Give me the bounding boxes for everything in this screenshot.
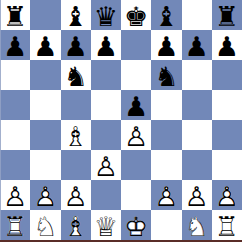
square-h1[interactable]: ♜♖ — [212, 210, 242, 240]
board-left-edge — [0, 0, 1, 240]
square-d2[interactable] — [91, 180, 121, 210]
square-d1[interactable]: ♛♕ — [91, 210, 121, 240]
white-rook-icon: ♜♖ — [215, 212, 239, 239]
white-pawn-icon: ♟♙ — [3, 182, 27, 209]
square-c6[interactable]: ♞ — [61, 60, 91, 90]
square-a2[interactable]: ♟♙ — [0, 180, 30, 210]
square-e4[interactable]: ♟♙ — [121, 120, 151, 150]
black-pawn-icon: ♟ — [33, 32, 57, 59]
square-h2[interactable]: ♟♙ — [212, 180, 242, 210]
chess-board: ♜♝♛♚♝♜♟♟♟♟♟♟♟♞♞♟♝♗♟♙♟♙♟♙♟♙♟♙♟♙♟♙♟♙♜♖♞♘♝♗… — [0, 0, 242, 240]
square-h6[interactable] — [212, 60, 242, 90]
square-h5[interactable] — [212, 90, 242, 120]
black-pawn-icon: ♟ — [215, 32, 239, 59]
square-f3[interactable] — [151, 150, 181, 180]
square-g4[interactable] — [182, 120, 212, 150]
square-c3[interactable] — [61, 150, 91, 180]
square-e1[interactable]: ♚♔ — [121, 210, 151, 240]
white-pawn-icon: ♟♙ — [64, 182, 88, 209]
square-b6[interactable] — [30, 60, 60, 90]
square-e5[interactable]: ♟ — [121, 90, 151, 120]
square-g3[interactable] — [182, 150, 212, 180]
square-g6[interactable] — [182, 60, 212, 90]
square-e8[interactable]: ♚ — [121, 0, 151, 30]
white-bishop-icon: ♝♗ — [64, 122, 88, 149]
white-pawn-icon: ♟♙ — [185, 182, 209, 209]
black-pawn-icon: ♟ — [3, 32, 27, 59]
square-c2[interactable]: ♟♙ — [61, 180, 91, 210]
white-pawn-icon: ♟♙ — [94, 152, 118, 179]
square-f8[interactable]: ♝ — [151, 0, 181, 30]
black-knight-icon: ♞ — [64, 62, 88, 89]
square-a5[interactable] — [0, 90, 30, 120]
square-h3[interactable] — [212, 150, 242, 180]
square-f4[interactable] — [151, 120, 181, 150]
black-knight-icon: ♞ — [154, 62, 178, 89]
square-a4[interactable] — [0, 120, 30, 150]
square-g5[interactable] — [182, 90, 212, 120]
square-g2[interactable]: ♟♙ — [182, 180, 212, 210]
white-pawn-icon: ♟♙ — [33, 182, 57, 209]
black-pawn-icon: ♟ — [124, 92, 148, 119]
black-pawn-icon: ♟ — [94, 32, 118, 59]
square-a3[interactable] — [0, 150, 30, 180]
white-rook-icon: ♜♖ — [3, 212, 27, 239]
square-g8[interactable] — [182, 0, 212, 30]
white-king-icon: ♚♔ — [124, 212, 148, 239]
square-e7[interactable] — [121, 30, 151, 60]
square-b7[interactable]: ♟ — [30, 30, 60, 60]
square-b1[interactable]: ♞♘ — [30, 210, 60, 240]
square-a1[interactable]: ♜♖ — [0, 210, 30, 240]
white-pawn-icon: ♟♙ — [215, 182, 239, 209]
square-h7[interactable]: ♟ — [212, 30, 242, 60]
black-pawn-icon: ♟ — [185, 32, 209, 59]
white-bishop-icon: ♝♗ — [64, 212, 88, 239]
square-d4[interactable] — [91, 120, 121, 150]
black-pawn-icon: ♟ — [154, 32, 178, 59]
square-f7[interactable]: ♟ — [151, 30, 181, 60]
white-pawn-icon: ♟♙ — [154, 182, 178, 209]
black-queen-icon: ♛ — [94, 2, 118, 29]
white-queen-icon: ♛♕ — [94, 212, 118, 239]
square-e2[interactable] — [121, 180, 151, 210]
square-c5[interactable] — [61, 90, 91, 120]
square-h4[interactable] — [212, 120, 242, 150]
square-d6[interactable] — [91, 60, 121, 90]
square-c1[interactable]: ♝♗ — [61, 210, 91, 240]
square-b4[interactable] — [30, 120, 60, 150]
black-rook-icon: ♜ — [3, 2, 27, 29]
white-knight-icon: ♞♘ — [185, 212, 209, 239]
square-d8[interactable]: ♛ — [91, 0, 121, 30]
square-a7[interactable]: ♟ — [0, 30, 30, 60]
square-a8[interactable]: ♜ — [0, 0, 30, 30]
black-bishop-icon: ♝ — [154, 2, 178, 29]
square-c8[interactable]: ♝ — [61, 0, 91, 30]
square-b3[interactable] — [30, 150, 60, 180]
square-d5[interactable] — [91, 90, 121, 120]
square-e3[interactable] — [121, 150, 151, 180]
square-g7[interactable]: ♟ — [182, 30, 212, 60]
chess-board-widget: ♜♝♛♚♝♜♟♟♟♟♟♟♟♞♞♟♝♗♟♙♟♙♟♙♟♙♟♙♟♙♟♙♟♙♜♖♞♘♝♗… — [0, 0, 242, 242]
square-f6[interactable]: ♞ — [151, 60, 181, 90]
square-h8[interactable]: ♜ — [212, 0, 242, 30]
white-pawn-icon: ♟♙ — [124, 122, 148, 149]
square-d3[interactable]: ♟♙ — [91, 150, 121, 180]
black-bishop-icon: ♝ — [64, 2, 88, 29]
square-b5[interactable] — [30, 90, 60, 120]
square-e6[interactable] — [121, 60, 151, 90]
black-pawn-icon: ♟ — [64, 32, 88, 59]
white-knight-icon: ♞♘ — [33, 212, 57, 239]
square-a6[interactable] — [0, 60, 30, 90]
square-f1[interactable] — [151, 210, 181, 240]
square-c4[interactable]: ♝♗ — [61, 120, 91, 150]
square-g1[interactable]: ♞♘ — [182, 210, 212, 240]
square-b8[interactable] — [30, 0, 60, 30]
square-b2[interactable]: ♟♙ — [30, 180, 60, 210]
square-f2[interactable]: ♟♙ — [151, 180, 181, 210]
square-c7[interactable]: ♟ — [61, 30, 91, 60]
black-king-icon: ♚ — [124, 2, 148, 29]
square-d7[interactable]: ♟ — [91, 30, 121, 60]
square-f5[interactable] — [151, 90, 181, 120]
black-rook-icon: ♜ — [215, 2, 239, 29]
